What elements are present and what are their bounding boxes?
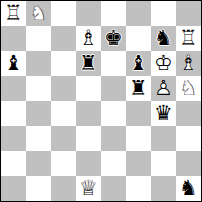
square-f5[interactable]: ♜: [126, 76, 151, 101]
square-g4[interactable]: ♛: [151, 101, 176, 126]
square-c2[interactable]: [51, 151, 76, 176]
square-e3[interactable]: [101, 126, 126, 151]
square-h2[interactable]: [176, 151, 201, 176]
square-a5[interactable]: [1, 76, 26, 101]
square-d1[interactable]: ♛♕: [76, 176, 101, 201]
square-e8[interactable]: [101, 1, 126, 26]
square-c5[interactable]: [51, 76, 76, 101]
square-f1[interactable]: [126, 176, 151, 201]
square-e5[interactable]: [101, 76, 126, 101]
white-pawn-icon-outline: ♙: [151, 76, 176, 101]
white-rook-icon[interactable]: ♜♖: [176, 26, 201, 51]
square-c7[interactable]: [51, 26, 76, 51]
white-knight-icon[interactable]: ♞♘: [26, 1, 51, 26]
white-rook-icon[interactable]: ♜♖: [1, 1, 26, 26]
square-b8[interactable]: ♞♘: [26, 1, 51, 26]
black-bishop-icon[interactable]: ♝: [1, 51, 26, 76]
black-bishop-icon-fill: ♝: [126, 51, 151, 76]
white-queen-icon-outline: ♕: [76, 176, 101, 201]
square-a8[interactable]: ♜♖: [1, 1, 26, 26]
square-c3[interactable]: [51, 126, 76, 151]
white-bishop-icon[interactable]: ♝♗: [176, 51, 201, 76]
black-queen-icon-fill: ♛: [151, 101, 176, 126]
white-king-icon[interactable]: ♚♔: [151, 51, 176, 76]
square-d7[interactable]: ♝♗: [76, 26, 101, 51]
square-f3[interactable]: [126, 126, 151, 151]
square-f8[interactable]: [126, 1, 151, 26]
white-king-icon-outline: ♔: [151, 51, 176, 76]
square-a1[interactable]: [1, 176, 26, 201]
square-h5[interactable]: ♞♘: [176, 76, 201, 101]
square-d5[interactable]: [76, 76, 101, 101]
square-g7[interactable]: ♞: [151, 26, 176, 51]
square-c8[interactable]: [51, 1, 76, 26]
square-e7[interactable]: ♚: [101, 26, 126, 51]
square-b3[interactable]: [26, 126, 51, 151]
square-a4[interactable]: [1, 101, 26, 126]
square-f2[interactable]: [126, 151, 151, 176]
square-e4[interactable]: [101, 101, 126, 126]
square-g3[interactable]: [151, 126, 176, 151]
square-b5[interactable]: [26, 76, 51, 101]
white-rook-icon-outline: ♖: [1, 1, 26, 26]
square-e2[interactable]: [101, 151, 126, 176]
square-c4[interactable]: [51, 101, 76, 126]
black-knight-icon[interactable]: ♞: [151, 26, 176, 51]
black-king-icon-fill: ♚: [101, 26, 126, 51]
white-queen-icon[interactable]: ♛♕: [76, 176, 101, 201]
square-h7[interactable]: ♜♖: [176, 26, 201, 51]
square-f7[interactable]: [126, 26, 151, 51]
square-h6[interactable]: ♝♗: [176, 51, 201, 76]
square-a7[interactable]: [1, 26, 26, 51]
black-knight-icon[interactable]: ♞: [176, 176, 201, 201]
square-h4[interactable]: [176, 101, 201, 126]
white-rook-icon-outline: ♖: [176, 26, 201, 51]
white-knight-icon-outline: ♘: [26, 1, 51, 26]
black-rook-icon[interactable]: ♜: [76, 51, 101, 76]
square-d4[interactable]: [76, 101, 101, 126]
black-rook-icon-fill: ♜: [76, 51, 101, 76]
square-f4[interactable]: [126, 101, 151, 126]
square-c1[interactable]: [51, 176, 76, 201]
square-e1[interactable]: [101, 176, 126, 201]
square-g6[interactable]: ♚♔: [151, 51, 176, 76]
square-g5[interactable]: ♟♙: [151, 76, 176, 101]
square-b7[interactable]: [26, 26, 51, 51]
square-b1[interactable]: [26, 176, 51, 201]
square-a2[interactable]: [1, 151, 26, 176]
square-d8[interactable]: [76, 1, 101, 26]
white-bishop-icon[interactable]: ♝♗: [76, 26, 101, 51]
square-b2[interactable]: [26, 151, 51, 176]
square-b4[interactable]: [26, 101, 51, 126]
square-g2[interactable]: [151, 151, 176, 176]
square-f6[interactable]: ♝: [126, 51, 151, 76]
black-knight-icon-fill: ♞: [151, 26, 176, 51]
square-g8[interactable]: [151, 1, 176, 26]
square-d2[interactable]: [76, 151, 101, 176]
black-queen-icon[interactable]: ♛: [151, 101, 176, 126]
square-d3[interactable]: [76, 126, 101, 151]
square-h8[interactable]: [176, 1, 201, 26]
white-bishop-icon-outline: ♗: [176, 51, 201, 76]
black-knight-icon-fill: ♞: [176, 176, 201, 201]
white-bishop-icon-outline: ♗: [76, 26, 101, 51]
white-pawn-icon[interactable]: ♟♙: [151, 76, 176, 101]
square-c6[interactable]: [51, 51, 76, 76]
square-h1[interactable]: ♞: [176, 176, 201, 201]
square-g1[interactable]: [151, 176, 176, 201]
chess-board: ♜♖♞♘♝♗♚♞♜♖♝♜♝♚♔♝♗♜♟♙♞♘♛♛♕♞: [0, 0, 202, 202]
square-a6[interactable]: ♝: [1, 51, 26, 76]
square-b6[interactable]: [26, 51, 51, 76]
white-knight-icon[interactable]: ♞♘: [176, 76, 201, 101]
black-bishop-icon-fill: ♝: [1, 51, 26, 76]
square-d6[interactable]: ♜: [76, 51, 101, 76]
white-knight-icon-outline: ♘: [176, 76, 201, 101]
square-a3[interactable]: [1, 126, 26, 151]
black-rook-icon-fill: ♜: [126, 76, 151, 101]
black-bishop-icon[interactable]: ♝: [126, 51, 151, 76]
black-king-icon[interactable]: ♚: [101, 26, 126, 51]
black-rook-icon[interactable]: ♜: [126, 76, 151, 101]
square-e6[interactable]: [101, 51, 126, 76]
square-h3[interactable]: [176, 126, 201, 151]
